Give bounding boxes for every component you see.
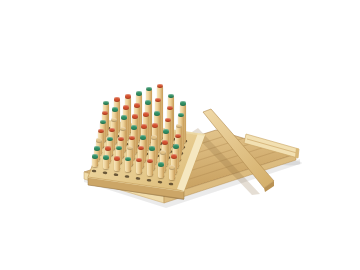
peg-tip xyxy=(92,154,98,159)
peg-tip xyxy=(146,87,152,92)
peg-red[interactable] xyxy=(147,160,153,176)
peg-tip xyxy=(134,103,140,108)
peg-tip xyxy=(178,113,184,118)
peg-tip xyxy=(167,106,173,111)
peg-tip xyxy=(103,101,109,106)
peg-tip xyxy=(111,118,117,123)
peg-tip xyxy=(109,128,115,133)
peg-tip xyxy=(176,124,182,129)
peg-tip xyxy=(143,112,149,117)
peg-tip xyxy=(96,138,102,143)
peg-tip xyxy=(175,134,181,139)
peg-tip xyxy=(136,158,142,163)
peg-tip xyxy=(154,111,160,116)
peg-tip xyxy=(132,114,138,119)
peg-tip xyxy=(157,84,163,89)
peg-green[interactable] xyxy=(92,156,98,167)
peg-tip xyxy=(138,146,144,151)
peg-tip xyxy=(121,115,127,120)
peg-green[interactable] xyxy=(103,157,109,169)
peg-tip xyxy=(102,111,108,116)
peg-tip xyxy=(127,146,133,151)
peg-red[interactable] xyxy=(114,158,120,171)
peg-tip xyxy=(155,98,161,103)
peg-tip xyxy=(114,97,120,102)
peg-green[interactable] xyxy=(158,164,164,178)
peg-tip xyxy=(173,144,179,149)
peg-tip xyxy=(136,91,142,96)
product-photo-stage xyxy=(0,0,360,270)
peg-tip xyxy=(169,165,175,170)
peg-tip xyxy=(100,120,106,125)
peg-tip xyxy=(114,156,120,161)
peg-green[interactable] xyxy=(125,158,131,172)
peg-tip xyxy=(147,159,153,164)
peg-tip xyxy=(145,100,151,105)
peg-tip xyxy=(165,118,171,123)
peg-tip xyxy=(116,146,122,151)
peg-tip xyxy=(105,146,111,151)
peg-tip xyxy=(125,157,131,162)
peg-tip xyxy=(160,150,166,155)
peg-tip xyxy=(94,146,100,151)
peg-tip xyxy=(131,125,137,130)
peg-tip xyxy=(168,94,174,99)
peg-tip xyxy=(141,124,147,129)
peg-tip xyxy=(140,135,146,140)
peg-tip xyxy=(180,101,186,106)
peg-tip xyxy=(103,155,109,160)
peg-tip xyxy=(152,123,158,128)
peg-natural[interactable] xyxy=(169,167,175,180)
peg-tip xyxy=(129,136,135,141)
peg-tip xyxy=(118,137,124,142)
pegs-layer xyxy=(0,0,360,270)
peg-tip xyxy=(151,135,157,140)
peg-tip xyxy=(171,154,177,159)
peg-tip xyxy=(163,129,169,134)
peg-tip xyxy=(162,140,168,145)
peg-tip xyxy=(120,127,126,132)
peg-tip xyxy=(107,137,113,142)
peg-tip xyxy=(112,107,118,112)
peg-tip xyxy=(98,129,104,134)
peg-tip xyxy=(149,146,155,151)
peg-tip xyxy=(125,94,131,99)
peg-tip xyxy=(123,105,129,110)
peg-tip xyxy=(158,162,164,167)
peg-red[interactable] xyxy=(136,159,142,174)
